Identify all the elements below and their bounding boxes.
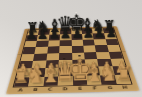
square-h7: ♟ xyxy=(103,33,116,39)
square-c5 xyxy=(47,46,60,53)
square-g6 xyxy=(93,39,106,45)
file-label-c: C xyxy=(42,85,58,93)
chess-board-frame: ♜♞♝♛♚♝♞♜♟♟♟♟♟♟♟♟♟♟♟♟♟♟♟♟♜♞♝♛♚♝♞♜ ABCDEFG… xyxy=(5,26,139,94)
file-label-d: D xyxy=(57,85,72,93)
chess-board: ♜♞♝♛♚♝♞♜♟♟♟♟♟♟♟♟♟♟♟♟♟♟♟♟♜♞♝♛♚♝♞♜ xyxy=(13,28,130,87)
square-a5 xyxy=(22,46,36,53)
white-rook-h1: ♜ xyxy=(107,64,139,84)
square-c6 xyxy=(47,40,59,46)
square-g5 xyxy=(95,45,108,52)
file-label-e: E xyxy=(72,84,87,92)
square-h5 xyxy=(106,44,120,51)
perspective-scene: ♜♞♝♛♚♝♞♜♟♟♟♟♟♟♟♟♟♟♟♟♟♟♟♟♜♞♝♛♚♝♞♜ ABCDEFG… xyxy=(0,0,142,97)
square-a6 xyxy=(24,40,37,46)
square-d6 xyxy=(59,40,71,46)
square-e5 xyxy=(71,45,83,52)
file-label-b: B xyxy=(27,85,43,93)
file-label-h: H xyxy=(116,83,133,91)
square-h1: ♜ xyxy=(114,74,131,84)
square-f5 xyxy=(83,45,96,52)
square-d5 xyxy=(59,46,71,53)
file-label-f: F xyxy=(87,84,103,92)
square-h6 xyxy=(105,38,118,44)
file-label-a: A xyxy=(11,86,28,94)
square-b5 xyxy=(34,46,47,53)
file-label-g: G xyxy=(101,83,117,91)
square-b6 xyxy=(36,40,49,46)
square-e6 xyxy=(71,39,83,45)
square-f6 xyxy=(82,39,94,45)
chess-set-photo: ♜♞♝♛♚♝♞♜♟♟♟♟♟♟♟♟♟♟♟♟♟♟♟♟♜♞♝♛♚♝♞♜ ABCDEFG… xyxy=(0,0,142,97)
black-pawn-h7: ♟ xyxy=(98,25,123,38)
